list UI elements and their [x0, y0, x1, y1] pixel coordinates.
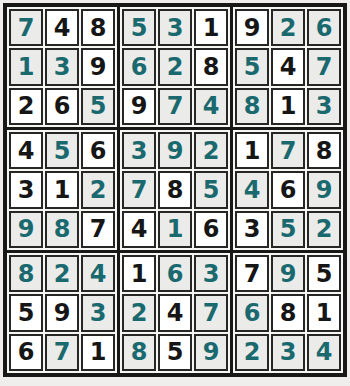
sudoku-board: 748139265 531628974 926547813 456312987 … [3, 3, 347, 377]
cell-r3c2[interactable]: 6 [45, 88, 79, 125]
cell-r5c3[interactable]: 2 [81, 171, 115, 208]
cell-r1c2[interactable]: 4 [45, 9, 79, 46]
cell-r9c2[interactable]: 7 [45, 334, 79, 371]
box-2: 531628974 [120, 7, 230, 127]
cell-r6c5[interactable]: 1 [158, 211, 192, 248]
cell-r4c3[interactable]: 6 [81, 132, 115, 169]
cell-r8c9[interactable]: 1 [307, 294, 341, 331]
cell-r2c2[interactable]: 3 [45, 48, 79, 85]
cell-r9c9[interactable]: 4 [307, 334, 341, 371]
cell-r4c8[interactable]: 7 [271, 132, 305, 169]
cell-r9c1[interactable]: 6 [9, 334, 43, 371]
cell-r3c6[interactable]: 4 [194, 88, 228, 125]
cell-r3c3[interactable]: 5 [81, 88, 115, 125]
cell-r8c6[interactable]: 7 [194, 294, 228, 331]
cell-r5c1[interactable]: 3 [9, 171, 43, 208]
cell-r4c7[interactable]: 1 [235, 132, 269, 169]
cell-r7c3[interactable]: 4 [81, 255, 115, 292]
cell-r7c4[interactable]: 1 [122, 255, 156, 292]
box-7: 824593671 [7, 253, 117, 373]
cell-r8c2[interactable]: 9 [45, 294, 79, 331]
cell-r3c5[interactable]: 7 [158, 88, 192, 125]
cell-r5c8[interactable]: 6 [271, 171, 305, 208]
box-4: 456312987 [7, 130, 117, 250]
cell-r1c5[interactable]: 3 [158, 9, 192, 46]
cell-r6c4[interactable]: 4 [122, 211, 156, 248]
cell-r2c5[interactable]: 2 [158, 48, 192, 85]
cell-r6c7[interactable]: 3 [235, 211, 269, 248]
box-3: 926547813 [233, 7, 343, 127]
cell-r2c6[interactable]: 8 [194, 48, 228, 85]
cell-r6c6[interactable]: 6 [194, 211, 228, 248]
cell-r1c3[interactable]: 8 [81, 9, 115, 46]
cell-r5c9[interactable]: 9 [307, 171, 341, 208]
cell-r2c3[interactable]: 9 [81, 48, 115, 85]
cell-r9c5[interactable]: 5 [158, 334, 192, 371]
cell-r5c4[interactable]: 7 [122, 171, 156, 208]
cell-r3c9[interactable]: 3 [307, 88, 341, 125]
box-1: 748139265 [7, 7, 117, 127]
cell-r2c7[interactable]: 5 [235, 48, 269, 85]
cell-r5c5[interactable]: 8 [158, 171, 192, 208]
cell-r4c5[interactable]: 9 [158, 132, 192, 169]
cell-r5c6[interactable]: 5 [194, 171, 228, 208]
cell-r4c9[interactable]: 8 [307, 132, 341, 169]
cell-r9c8[interactable]: 3 [271, 334, 305, 371]
cell-r6c9[interactable]: 2 [307, 211, 341, 248]
cell-r8c5[interactable]: 4 [158, 294, 192, 331]
cell-r7c6[interactable]: 3 [194, 255, 228, 292]
cell-r1c8[interactable]: 2 [271, 9, 305, 46]
cell-r1c4[interactable]: 5 [122, 9, 156, 46]
cell-r6c3[interactable]: 7 [81, 211, 115, 248]
cell-r2c1[interactable]: 1 [9, 48, 43, 85]
cell-r7c7[interactable]: 7 [235, 255, 269, 292]
cell-r8c1[interactable]: 5 [9, 294, 43, 331]
cell-r1c7[interactable]: 9 [235, 9, 269, 46]
cell-r4c4[interactable]: 3 [122, 132, 156, 169]
cell-r7c1[interactable]: 8 [9, 255, 43, 292]
cell-r9c6[interactable]: 9 [194, 334, 228, 371]
cell-r4c2[interactable]: 5 [45, 132, 79, 169]
cell-r1c9[interactable]: 6 [307, 9, 341, 46]
box-9: 795681234 [233, 253, 343, 373]
cell-r3c7[interactable]: 8 [235, 88, 269, 125]
cell-r3c4[interactable]: 9 [122, 88, 156, 125]
cell-r7c5[interactable]: 6 [158, 255, 192, 292]
cell-r5c7[interactable]: 4 [235, 171, 269, 208]
cell-r7c8[interactable]: 9 [271, 255, 305, 292]
cell-r6c2[interactable]: 8 [45, 211, 79, 248]
box-8: 163247859 [120, 253, 230, 373]
cell-r7c9[interactable]: 5 [307, 255, 341, 292]
cell-r3c8[interactable]: 1 [271, 88, 305, 125]
cell-r8c7[interactable]: 6 [235, 294, 269, 331]
cell-r4c1[interactable]: 4 [9, 132, 43, 169]
cell-r5c2[interactable]: 1 [45, 171, 79, 208]
cell-r2c8[interactable]: 4 [271, 48, 305, 85]
cell-r9c3[interactable]: 1 [81, 334, 115, 371]
cell-r6c1[interactable]: 9 [9, 211, 43, 248]
cell-r9c7[interactable]: 2 [235, 334, 269, 371]
cell-r7c2[interactable]: 2 [45, 255, 79, 292]
cell-r8c3[interactable]: 3 [81, 294, 115, 331]
cell-r2c4[interactable]: 6 [122, 48, 156, 85]
cell-r4c6[interactable]: 2 [194, 132, 228, 169]
cell-r6c8[interactable]: 5 [271, 211, 305, 248]
cell-r3c1[interactable]: 2 [9, 88, 43, 125]
cell-r1c6[interactable]: 1 [194, 9, 228, 46]
box-5: 392785416 [120, 130, 230, 250]
box-6: 178469352 [233, 130, 343, 250]
cell-r9c4[interactable]: 8 [122, 334, 156, 371]
cell-r2c9[interactable]: 7 [307, 48, 341, 85]
cell-r1c1[interactable]: 7 [9, 9, 43, 46]
cell-r8c4[interactable]: 2 [122, 294, 156, 331]
cell-r8c8[interactable]: 8 [271, 294, 305, 331]
